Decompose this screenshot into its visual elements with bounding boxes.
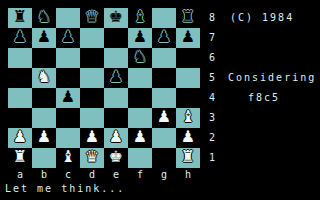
square-g7[interactable]: ♟	[152, 28, 176, 48]
piece-white-rook: ♜	[13, 148, 27, 167]
square-d8[interactable]: ♛	[80, 8, 104, 28]
square-h8[interactable]: ♜	[176, 8, 200, 28]
square-d6[interactable]	[80, 48, 104, 68]
piece-white-pawn: ♟	[85, 128, 99, 147]
square-g5[interactable]	[152, 68, 176, 88]
rank-label-3: 3	[206, 108, 218, 128]
piece-white-rook: ♜	[181, 148, 195, 167]
file-labels: abcdefgh	[8, 169, 200, 181]
square-h7[interactable]: ♟	[176, 28, 200, 48]
square-b7[interactable]: ♟	[32, 28, 56, 48]
rank-label-2: 2	[206, 128, 218, 148]
square-e5[interactable]: ♟	[104, 68, 128, 88]
square-b3[interactable]	[32, 108, 56, 128]
square-b8[interactable]: ♞	[32, 8, 56, 28]
square-g2[interactable]	[152, 128, 176, 148]
square-h6[interactable]	[176, 48, 200, 68]
file-label-a: a	[8, 169, 32, 181]
rank-label-8: 8	[206, 8, 218, 28]
square-e2[interactable]: ♟	[104, 128, 128, 148]
square-c4[interactable]: ♟	[56, 88, 80, 108]
file-label-e: e	[104, 169, 128, 181]
square-g8[interactable]	[152, 8, 176, 28]
piece-black-pawn: ♟	[61, 88, 75, 107]
piece-black-bishop: ♝	[133, 8, 147, 27]
piece-white-pawn: ♟	[157, 108, 171, 127]
square-c5[interactable]	[56, 68, 80, 88]
piece-white-pawn: ♟	[37, 128, 51, 147]
square-a2[interactable]: ♟	[8, 128, 32, 148]
square-b2[interactable]: ♟	[32, 128, 56, 148]
square-a7[interactable]: ♟	[8, 28, 32, 48]
square-d1[interactable]: ♛	[80, 148, 104, 168]
square-a5[interactable]	[8, 68, 32, 88]
square-f1[interactable]	[128, 148, 152, 168]
piece-black-pawn: ♟	[109, 68, 123, 87]
piece-white-king: ♚	[109, 148, 123, 167]
square-d5[interactable]	[80, 68, 104, 88]
piece-white-pawn: ♟	[109, 128, 123, 147]
square-b1[interactable]	[32, 148, 56, 168]
file-label-b: b	[32, 169, 56, 181]
square-a4[interactable]	[8, 88, 32, 108]
piece-white-bishop: ♝	[181, 108, 195, 127]
square-c3[interactable]	[56, 108, 80, 128]
chess-app-screen: ♜♞♛♚♝♜♟♟♟♟♟♟♞♞♟♟♟♝♟♟♟♟♟♟♜♝♛♚♜ 87654321 a…	[0, 0, 320, 200]
copyright-text: (C) 1984	[230, 12, 294, 24]
square-g1[interactable]	[152, 148, 176, 168]
square-h4[interactable]	[176, 88, 200, 108]
piece-black-pawn: ♟	[61, 28, 75, 47]
square-e7[interactable]	[104, 28, 128, 48]
square-d3[interactable]	[80, 108, 104, 128]
square-c2[interactable]	[56, 128, 80, 148]
piece-white-pawn: ♟	[181, 128, 195, 147]
square-g4[interactable]	[152, 88, 176, 108]
piece-black-pawn: ♟	[181, 28, 195, 47]
square-f2[interactable]: ♟	[128, 128, 152, 148]
chess-board: ♜♞♛♚♝♜♟♟♟♟♟♟♞♞♟♟♟♝♟♟♟♟♟♟♜♝♛♚♜	[8, 8, 200, 168]
square-d2[interactable]: ♟	[80, 128, 104, 148]
square-c7[interactable]: ♟	[56, 28, 80, 48]
file-label-d: d	[80, 169, 104, 181]
square-a8[interactable]: ♜	[8, 8, 32, 28]
rank-labels: 87654321	[206, 8, 218, 168]
piece-black-pawn: ♟	[13, 28, 27, 47]
rank-label-7: 7	[206, 28, 218, 48]
file-label-c: c	[56, 169, 80, 181]
considered-move: f8c5	[248, 92, 280, 104]
square-e4[interactable]	[104, 88, 128, 108]
square-f4[interactable]	[128, 88, 152, 108]
square-h2[interactable]: ♟	[176, 128, 200, 148]
file-label-f: f	[128, 169, 152, 181]
square-a3[interactable]	[8, 108, 32, 128]
square-a6[interactable]	[8, 48, 32, 68]
square-d4[interactable]	[80, 88, 104, 108]
square-b6[interactable]	[32, 48, 56, 68]
square-f3[interactable]	[128, 108, 152, 128]
piece-white-bishop: ♝	[61, 148, 75, 167]
piece-white-knight: ♞	[37, 68, 51, 87]
square-h5[interactable]	[176, 68, 200, 88]
piece-black-knight: ♞	[133, 48, 147, 67]
square-f5[interactable]	[128, 68, 152, 88]
rank-label-4: 4	[206, 88, 218, 108]
square-e8[interactable]: ♚	[104, 8, 128, 28]
piece-black-knight: ♞	[37, 8, 51, 27]
square-a1[interactable]: ♜	[8, 148, 32, 168]
piece-black-king: ♚	[109, 8, 123, 27]
square-g3[interactable]: ♟	[152, 108, 176, 128]
piece-black-queen: ♛	[85, 8, 99, 27]
status-message: Let me think...	[5, 183, 125, 195]
square-b4[interactable]	[32, 88, 56, 108]
engine-status-label: Considering	[228, 72, 316, 84]
square-h1[interactable]: ♜	[176, 148, 200, 168]
square-f6[interactable]: ♞	[128, 48, 152, 68]
rank-label-5: 5	[206, 68, 218, 88]
square-f8[interactable]: ♝	[128, 8, 152, 28]
square-b5[interactable]: ♞	[32, 68, 56, 88]
file-label-g: g	[152, 169, 176, 181]
file-label-h: h	[176, 169, 200, 181]
square-e1[interactable]: ♚	[104, 148, 128, 168]
square-e6[interactable]	[104, 48, 128, 68]
piece-black-rook: ♜	[13, 8, 27, 27]
piece-black-pawn: ♟	[37, 28, 51, 47]
square-g6[interactable]	[152, 48, 176, 68]
square-d7[interactable]	[80, 28, 104, 48]
piece-white-queen: ♛	[85, 148, 99, 167]
piece-white-pawn: ♟	[133, 128, 147, 147]
piece-white-pawn: ♟	[13, 128, 27, 147]
square-c6[interactable]	[56, 48, 80, 68]
square-e3[interactable]	[104, 108, 128, 128]
piece-black-pawn: ♟	[133, 28, 147, 47]
square-f7[interactable]: ♟	[128, 28, 152, 48]
piece-black-rook: ♜	[181, 8, 195, 27]
rank-label-6: 6	[206, 48, 218, 68]
square-c1[interactable]: ♝	[56, 148, 80, 168]
square-h3[interactable]: ♝	[176, 108, 200, 128]
rank-label-1: 1	[206, 148, 218, 168]
piece-black-pawn: ♟	[157, 28, 171, 47]
square-c8[interactable]	[56, 8, 80, 28]
